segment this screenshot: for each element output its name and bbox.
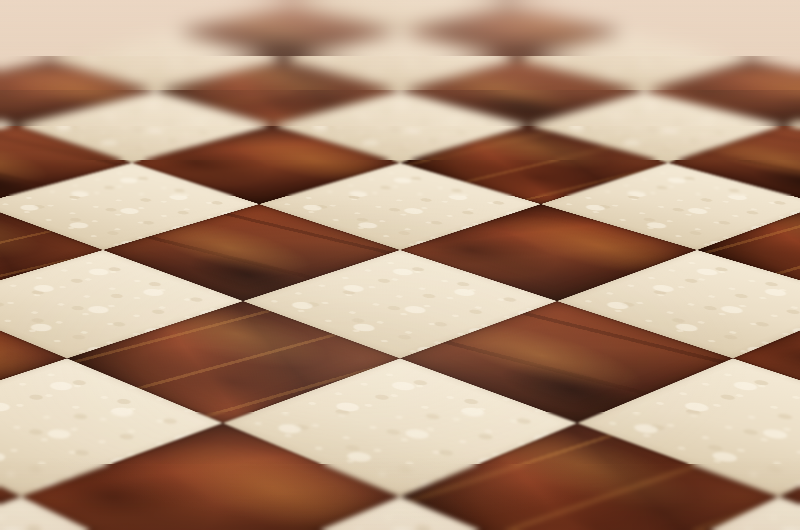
chessboard-photo	[0, 0, 800, 530]
chess-board	[0, 0, 800, 530]
board-scene	[0, 0, 800, 530]
